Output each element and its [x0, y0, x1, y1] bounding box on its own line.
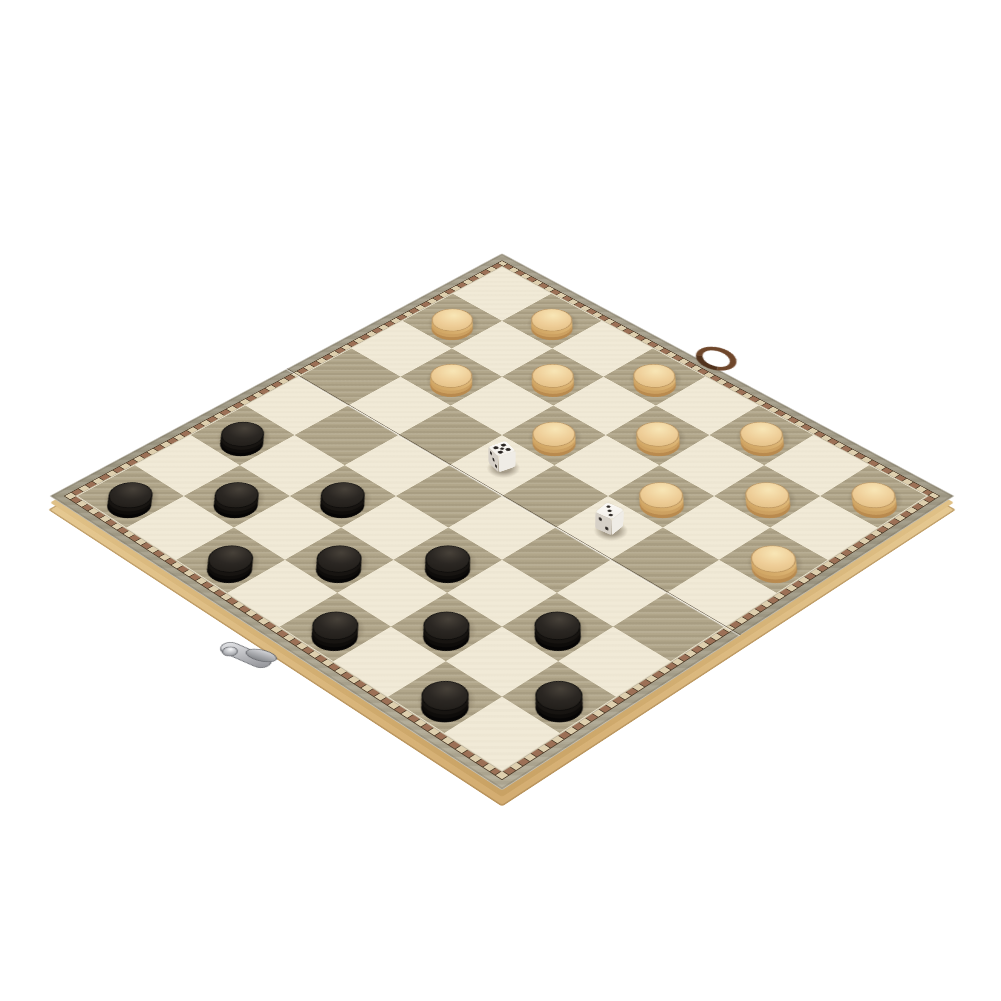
- folding-game-board: [49, 253, 954, 790]
- die-pip: [605, 526, 609, 531]
- die-pip: [608, 513, 614, 517]
- die-pip: [598, 516, 602, 521]
- product-photo-canvas: [0, 0, 1001, 1001]
- die-pip: [605, 505, 611, 509]
- die-pip: [607, 509, 613, 513]
